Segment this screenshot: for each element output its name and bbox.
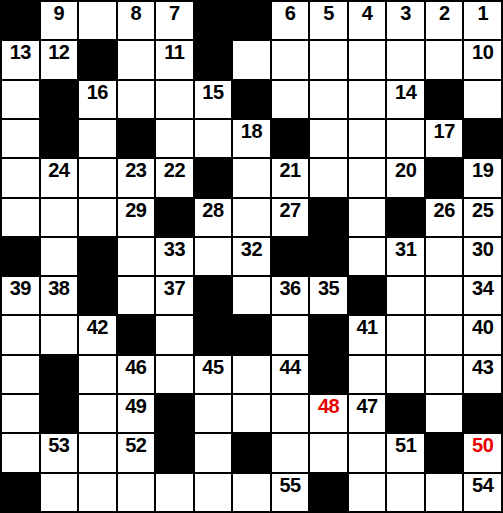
cell-r2c2[interactable]: 12 <box>41 41 78 78</box>
cell-r13c5[interactable] <box>156 474 193 511</box>
cell-r1c11[interactable]: 3 <box>387 2 424 39</box>
block-cell-r6c5 <box>156 199 193 236</box>
cell-r7c4[interactable] <box>118 238 155 275</box>
cell-r5c2[interactable]: 24 <box>41 159 78 196</box>
cell-r4c6[interactable] <box>195 120 232 157</box>
cell-r13c4[interactable] <box>118 474 155 511</box>
cell-r1c13[interactable]: 1 <box>464 2 501 39</box>
block-cell-r8c10 <box>349 277 386 314</box>
cell-r1c2[interactable]: 9 <box>41 2 78 39</box>
cell-r13c6[interactable] <box>195 474 232 511</box>
block-cell-r4c2 <box>41 120 78 157</box>
cell-r13c12[interactable] <box>426 474 463 511</box>
clue-number-9: 9 <box>41 2 78 23</box>
clue-number-18: 18 <box>233 120 270 141</box>
clue-number-22: 22 <box>156 159 193 180</box>
block-cell-r2c6 <box>195 41 232 78</box>
cell-r6c6[interactable]: 28 <box>195 199 232 236</box>
cell-r12c8[interactable] <box>272 434 309 471</box>
clue-number-15: 15 <box>195 81 232 102</box>
clue-number-51: 51 <box>387 434 424 455</box>
cell-r2c9[interactable] <box>310 41 347 78</box>
cell-r10c11[interactable] <box>387 356 424 393</box>
block-cell-r4c8 <box>272 120 309 157</box>
cell-r8c11[interactable] <box>387 277 424 314</box>
cell-r5c3[interactable] <box>79 159 116 196</box>
clue-number-26: 26 <box>426 199 463 220</box>
cell-r2c11[interactable] <box>387 41 424 78</box>
cell-r12c1[interactable] <box>2 434 39 471</box>
cell-r7c10[interactable] <box>349 238 386 275</box>
block-cell-r11c5 <box>156 395 193 432</box>
clue-number-49: 49 <box>118 395 155 416</box>
cell-r8c12[interactable] <box>426 277 463 314</box>
cell-r10c7[interactable] <box>233 356 270 393</box>
block-cell-r11c2 <box>41 395 78 432</box>
clue-number-28: 28 <box>195 199 232 220</box>
clue-number-2: 2 <box>426 2 463 23</box>
cell-r4c5[interactable] <box>156 120 193 157</box>
cell-r12c11[interactable]: 51 <box>387 434 424 471</box>
cell-r5c5[interactable]: 22 <box>156 159 193 196</box>
cell-r5c7[interactable] <box>233 159 270 196</box>
cell-r13c13[interactable]: 54 <box>464 474 501 511</box>
cell-r6c12[interactable]: 26 <box>426 199 463 236</box>
clue-number-52: 52 <box>118 434 155 455</box>
cell-r3c4[interactable] <box>118 81 155 118</box>
crossword-grid: 9876543211312111016151418172423222120192… <box>0 0 503 513</box>
clue-number-25: 25 <box>464 199 501 220</box>
cell-r12c6[interactable] <box>195 434 232 471</box>
cell-r6c2[interactable] <box>41 199 78 236</box>
cell-r11c4[interactable]: 49 <box>118 395 155 432</box>
cell-r12c2[interactable]: 53 <box>41 434 78 471</box>
clue-number-24: 24 <box>41 159 78 180</box>
cell-r6c4[interactable]: 29 <box>118 199 155 236</box>
clue-number-34: 34 <box>464 277 501 298</box>
cell-r10c1[interactable] <box>2 356 39 393</box>
block-cell-r8c6 <box>195 277 232 314</box>
block-cell-r9c6 <box>195 316 232 353</box>
cell-r2c4[interactable] <box>118 41 155 78</box>
cell-r12c10[interactable] <box>349 434 386 471</box>
clue-number-53: 53 <box>41 434 78 455</box>
clue-number-47: 47 <box>349 395 386 416</box>
cell-r12c3[interactable] <box>79 434 116 471</box>
cell-r6c7[interactable] <box>233 199 270 236</box>
block-cell-r4c13 <box>464 120 501 157</box>
cell-r9c13[interactable]: 40 <box>464 316 501 353</box>
block-cell-r1c1 <box>2 2 39 39</box>
clue-number-44: 44 <box>272 356 309 377</box>
cell-r9c2[interactable] <box>41 316 78 353</box>
cell-r10c12[interactable] <box>426 356 463 393</box>
clue-number-33: 33 <box>156 238 193 259</box>
cell-r7c6[interactable] <box>195 238 232 275</box>
cell-r11c10[interactable]: 47 <box>349 395 386 432</box>
clue-number-17: 17 <box>426 120 463 141</box>
clue-number-37: 37 <box>156 277 193 298</box>
clue-number-19: 19 <box>464 159 501 180</box>
cell-r2c8[interactable] <box>272 41 309 78</box>
cell-r5c8[interactable]: 21 <box>272 159 309 196</box>
cell-r5c1[interactable] <box>2 159 39 196</box>
clue-number-40: 40 <box>464 316 501 337</box>
cell-r11c3[interactable] <box>79 395 116 432</box>
cell-r1c5[interactable]: 7 <box>156 2 193 39</box>
cell-r9c1[interactable] <box>2 316 39 353</box>
clue-number-35: 35 <box>310 277 347 298</box>
cell-r2c12[interactable] <box>426 41 463 78</box>
block-cell-r7c8 <box>272 238 309 275</box>
clue-number-7: 7 <box>156 2 193 23</box>
cell-r2c7[interactable] <box>233 41 270 78</box>
cell-r3c3[interactable]: 16 <box>79 81 116 118</box>
cell-r3c5[interactable] <box>156 81 193 118</box>
clue-number-11: 11 <box>156 41 193 62</box>
clue-number-41: 41 <box>349 316 386 337</box>
cell-r4c12[interactable]: 17 <box>426 120 463 157</box>
cell-r11c12[interactable] <box>426 395 463 432</box>
cell-r8c7[interactable] <box>233 277 270 314</box>
clue-number-14: 14 <box>387 81 424 102</box>
clue-number-39: 39 <box>2 277 39 298</box>
clue-number-12: 12 <box>41 41 78 62</box>
block-cell-r2c3 <box>79 41 116 78</box>
clue-number-30: 30 <box>464 238 501 259</box>
cell-r7c7[interactable]: 32 <box>233 238 270 275</box>
cell-r7c13[interactable]: 30 <box>464 238 501 275</box>
block-cell-r6c11 <box>387 199 424 236</box>
cell-r8c13[interactable]: 34 <box>464 277 501 314</box>
block-cell-r5c6 <box>195 159 232 196</box>
cell-r11c9[interactable]: 48 <box>310 395 347 432</box>
cell-r10c8[interactable]: 44 <box>272 356 309 393</box>
clue-number-10: 10 <box>464 41 501 62</box>
cell-r1c3[interactable] <box>79 2 116 39</box>
clue-number-54: 54 <box>464 474 501 495</box>
cell-r3c9[interactable] <box>310 81 347 118</box>
block-cell-r11c13 <box>464 395 501 432</box>
cell-r9c3[interactable]: 42 <box>79 316 116 353</box>
cell-r8c2[interactable]: 38 <box>41 277 78 314</box>
clue-number-16: 16 <box>79 81 116 102</box>
clue-number-8: 8 <box>118 2 155 23</box>
cell-r12c13[interactable]: 50 <box>464 434 501 471</box>
clue-number-55: 55 <box>272 474 309 495</box>
cell-r3c8[interactable] <box>272 81 309 118</box>
cell-r8c8[interactable]: 36 <box>272 277 309 314</box>
cell-r6c3[interactable] <box>79 199 116 236</box>
clue-number-21: 21 <box>272 159 309 180</box>
cell-r11c6[interactable] <box>195 395 232 432</box>
cell-r13c7[interactable] <box>233 474 270 511</box>
cell-r8c5[interactable]: 37 <box>156 277 193 314</box>
clue-number-13: 13 <box>2 41 39 62</box>
block-cell-r8c3 <box>79 277 116 314</box>
cell-r13c11[interactable] <box>387 474 424 511</box>
cell-r10c3[interactable] <box>79 356 116 393</box>
cell-r11c8[interactable] <box>272 395 309 432</box>
cell-r10c10[interactable] <box>349 356 386 393</box>
cell-r4c3[interactable] <box>79 120 116 157</box>
block-cell-r9c9 <box>310 316 347 353</box>
block-cell-r7c3 <box>79 238 116 275</box>
cell-r4c9[interactable] <box>310 120 347 157</box>
clue-number-50: 50 <box>464 434 501 455</box>
cell-r6c8[interactable]: 27 <box>272 199 309 236</box>
block-cell-r1c6 <box>195 2 232 39</box>
block-cell-r9c4 <box>118 316 155 353</box>
cell-r4c1[interactable] <box>2 120 39 157</box>
cell-r5c10[interactable] <box>349 159 386 196</box>
cell-r11c1[interactable] <box>2 395 39 432</box>
cell-r3c6[interactable]: 15 <box>195 81 232 118</box>
clue-number-3: 3 <box>387 2 424 23</box>
cell-r2c5[interactable]: 11 <box>156 41 193 78</box>
block-cell-r4c4 <box>118 120 155 157</box>
block-cell-r3c12 <box>426 81 463 118</box>
cell-r9c5[interactable] <box>156 316 193 353</box>
cell-r10c13[interactable]: 43 <box>464 356 501 393</box>
cell-r1c12[interactable]: 2 <box>426 2 463 39</box>
cell-r3c1[interactable] <box>2 81 39 118</box>
clue-number-42: 42 <box>79 316 116 337</box>
block-cell-r11c11 <box>387 395 424 432</box>
clue-number-46: 46 <box>118 356 155 377</box>
cell-r2c1[interactable]: 13 <box>2 41 39 78</box>
clue-number-38: 38 <box>41 277 78 298</box>
cell-r8c9[interactable]: 35 <box>310 277 347 314</box>
cell-r13c10[interactable] <box>349 474 386 511</box>
block-cell-r10c9 <box>310 356 347 393</box>
cell-r5c4[interactable]: 23 <box>118 159 155 196</box>
block-cell-r12c12 <box>426 434 463 471</box>
cell-r9c11[interactable] <box>387 316 424 353</box>
cell-r1c4[interactable]: 8 <box>118 2 155 39</box>
cell-r7c2[interactable] <box>41 238 78 275</box>
cell-r10c4[interactable]: 46 <box>118 356 155 393</box>
cell-r6c10[interactable] <box>349 199 386 236</box>
clue-number-1: 1 <box>464 2 501 23</box>
cell-r5c13[interactable]: 19 <box>464 159 501 196</box>
clue-number-4: 4 <box>349 2 386 23</box>
clue-number-20: 20 <box>387 159 424 180</box>
cell-r3c13[interactable] <box>464 81 501 118</box>
block-cell-r5c12 <box>426 159 463 196</box>
clue-number-43: 43 <box>464 356 501 377</box>
cell-r10c6[interactable]: 45 <box>195 356 232 393</box>
block-cell-r6c9 <box>310 199 347 236</box>
clue-number-32: 32 <box>233 238 270 259</box>
cell-r10c5[interactable] <box>156 356 193 393</box>
cell-r11c7[interactable] <box>233 395 270 432</box>
cell-r5c9[interactable] <box>310 159 347 196</box>
cell-r4c10[interactable] <box>349 120 386 157</box>
clue-number-29: 29 <box>118 199 155 220</box>
clue-number-45: 45 <box>195 356 232 377</box>
block-cell-r13c1 <box>2 474 39 511</box>
block-cell-r12c7 <box>233 434 270 471</box>
cell-r9c12[interactable] <box>426 316 463 353</box>
cell-r7c12[interactable] <box>426 238 463 275</box>
cell-r2c10[interactable] <box>349 41 386 78</box>
cell-r8c1[interactable]: 39 <box>2 277 39 314</box>
cell-r4c7[interactable]: 18 <box>233 120 270 157</box>
cell-r12c9[interactable] <box>310 434 347 471</box>
cell-r7c11[interactable]: 31 <box>387 238 424 275</box>
block-cell-r13c9 <box>310 474 347 511</box>
cell-r8c4[interactable] <box>118 277 155 314</box>
block-cell-r10c2 <box>41 356 78 393</box>
cell-r9c8[interactable] <box>272 316 309 353</box>
cell-r13c2[interactable] <box>41 474 78 511</box>
cell-r6c13[interactable]: 25 <box>464 199 501 236</box>
cell-r2c13[interactable]: 10 <box>464 41 501 78</box>
block-cell-r7c1 <box>2 238 39 275</box>
clue-number-36: 36 <box>272 277 309 298</box>
cell-r13c3[interactable] <box>79 474 116 511</box>
cell-r6c1[interactable] <box>2 199 39 236</box>
clue-number-5: 5 <box>310 2 347 23</box>
clue-number-48: 48 <box>310 395 347 416</box>
clue-number-31: 31 <box>387 238 424 259</box>
clue-number-23: 23 <box>118 159 155 180</box>
block-cell-r7c9 <box>310 238 347 275</box>
cell-r1c8[interactable]: 6 <box>272 2 309 39</box>
cell-r7c5[interactable]: 33 <box>156 238 193 275</box>
block-cell-r3c2 <box>41 81 78 118</box>
cell-r3c10[interactable] <box>349 81 386 118</box>
cell-r9c10[interactable]: 41 <box>349 316 386 353</box>
clue-number-27: 27 <box>272 199 309 220</box>
block-cell-r12c5 <box>156 434 193 471</box>
cell-r4c11[interactable] <box>387 120 424 157</box>
block-cell-r9c7 <box>233 316 270 353</box>
cell-r1c9[interactable]: 5 <box>310 2 347 39</box>
cell-r3c11[interactable]: 14 <box>387 81 424 118</box>
block-cell-r3c7 <box>233 81 270 118</box>
block-cell-r1c7 <box>233 2 270 39</box>
cell-r1c10[interactable]: 4 <box>349 2 386 39</box>
cell-r13c8[interactable]: 55 <box>272 474 309 511</box>
cell-r5c11[interactable]: 20 <box>387 159 424 196</box>
cell-r12c4[interactable]: 52 <box>118 434 155 471</box>
clue-number-6: 6 <box>272 2 309 23</box>
